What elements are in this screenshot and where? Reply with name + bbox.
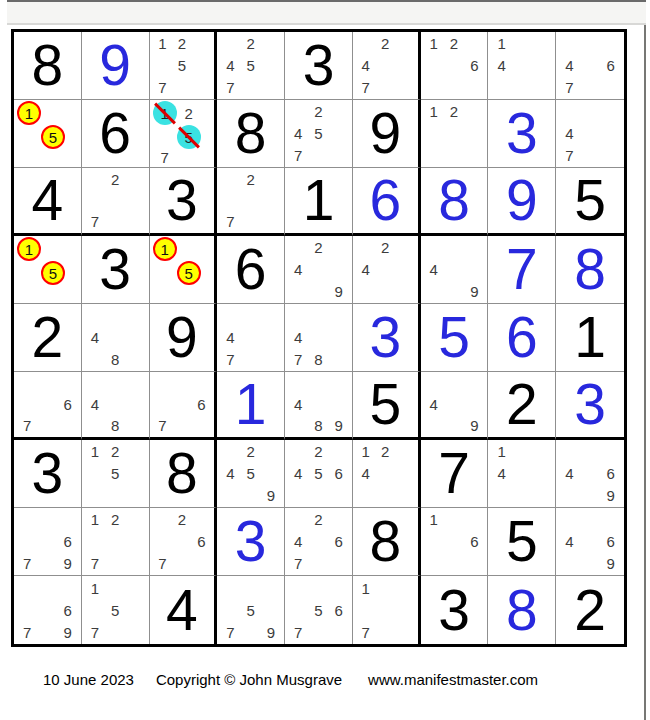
pencil-mark-pos-1: 1 bbox=[153, 237, 177, 261]
pencil-mark-pos-3 bbox=[125, 509, 145, 531]
solved-digit: 3 bbox=[574, 376, 606, 433]
pencil-mark-pos-7 bbox=[85, 348, 105, 370]
cell-r7c3[interactable]: 8 bbox=[150, 440, 218, 508]
pencil-mark-pos-1 bbox=[288, 373, 308, 394]
pencil-mark-pos-9 bbox=[464, 76, 484, 98]
candidate-digit: 7 bbox=[17, 621, 37, 643]
cell-r4c2[interactable]: 3 bbox=[82, 236, 150, 304]
candidate-digit: 7 bbox=[153, 149, 177, 166]
pencil-mark-pos-9 bbox=[329, 348, 349, 370]
given-digit: 1 bbox=[574, 309, 606, 366]
cell-r8c7[interactable]: 16 bbox=[421, 508, 489, 576]
pencil-mark-pos-4 bbox=[17, 394, 37, 415]
pencil-marks: 67 bbox=[17, 373, 78, 436]
pencil-marks: 48 bbox=[85, 373, 146, 436]
given-digit: 7 bbox=[438, 445, 470, 502]
cell-r1c8[interactable]: 14 bbox=[488, 32, 556, 100]
candidate-digit: 2 bbox=[308, 237, 328, 259]
cell-r4c8[interactable]: 7 bbox=[488, 236, 556, 304]
pencil-mark-pos-8 bbox=[105, 552, 125, 574]
pencil-mark-pos-9 bbox=[261, 76, 281, 98]
pencil-mark-pos-1 bbox=[559, 101, 580, 123]
cell-r9c9[interactable]: 2 bbox=[556, 576, 624, 644]
pencil-mark-pos-3 bbox=[464, 101, 484, 123]
pencil-mark-pos-5 bbox=[308, 259, 328, 281]
pencil-mark-pos-5 bbox=[105, 394, 125, 415]
cell-r1c9[interactable]: 467 bbox=[556, 32, 624, 100]
cell-r3c5[interactable]: 1 bbox=[285, 168, 353, 236]
pencil-mark-pos-9 bbox=[125, 552, 145, 574]
pencil-mark-pos-8 bbox=[37, 552, 57, 574]
cell-r8c6[interactable]: 8 bbox=[353, 508, 421, 576]
cell-r1c4[interactable]: 2457 bbox=[217, 32, 285, 100]
pencil-mark-pos-7 bbox=[559, 552, 580, 574]
candidate-digit: 4 bbox=[85, 327, 105, 349]
pencil-mark-pos-8 bbox=[308, 621, 328, 643]
cell-r2c8[interactable]: 3 bbox=[488, 100, 556, 168]
candidate-digit: 4 bbox=[288, 531, 308, 553]
cell-r2c9[interactable]: 47 bbox=[556, 100, 624, 168]
pencil-mark-pos-5 bbox=[444, 394, 464, 415]
pencil-mark-pos-8 bbox=[37, 415, 57, 436]
cell-r5c1[interactable]: 2 bbox=[14, 304, 82, 372]
pencil-mark-pos-8 bbox=[444, 144, 464, 166]
cell-r6c9[interactable]: 3 bbox=[556, 372, 624, 440]
footer-copyright: Copyright © John Musgrave bbox=[156, 671, 342, 688]
pencil-mark-pos-4 bbox=[153, 394, 173, 415]
pencil-mark-pos-6 bbox=[464, 394, 484, 415]
given-digit: 9 bbox=[369, 105, 401, 162]
pencil-mark-pos-9 bbox=[125, 348, 145, 370]
candidate-digit: 5 bbox=[241, 55, 261, 77]
cell-r4c1[interactable]: 15 bbox=[14, 236, 82, 304]
pencil-mark-pos-7 bbox=[424, 144, 444, 166]
pencil-mark-pos-1: 1 bbox=[17, 237, 41, 261]
pencil-mark-pos-3 bbox=[464, 373, 484, 394]
candidate-digit: 4 bbox=[85, 394, 105, 415]
pencil-mark-pos-6 bbox=[329, 394, 349, 415]
cell-r2c2[interactable]: 6 bbox=[82, 100, 150, 168]
pencil-mark-pos-3 bbox=[261, 441, 281, 463]
pencil-mark-pos-7 bbox=[17, 285, 41, 302]
pencil-mark-pos-2 bbox=[580, 101, 601, 123]
pencil-marks: 48 bbox=[85, 305, 146, 370]
pencil-mark-pos-8 bbox=[308, 280, 328, 302]
cell-r7c4[interactable]: 2459 bbox=[217, 440, 285, 508]
pencil-mark-pos-2 bbox=[105, 373, 125, 394]
pencil-mark-pos-5 bbox=[375, 463, 395, 485]
given-digit: 1 bbox=[303, 172, 335, 229]
pencil-mark-pos-6 bbox=[192, 55, 212, 77]
given-digit: 8 bbox=[235, 105, 267, 162]
candidate-digit: 9 bbox=[329, 415, 349, 436]
solved-digit: 7 bbox=[506, 241, 538, 298]
cell-r2c4[interactable]: 8 bbox=[217, 100, 285, 168]
pencil-mark-pos-7 bbox=[85, 484, 105, 506]
candidate-digit: 5 bbox=[241, 599, 261, 621]
cell-r2c3[interactable]: 1257 bbox=[150, 100, 218, 168]
pencil-mark-pos-7 bbox=[220, 484, 240, 506]
cell-r7c6[interactable]: 124 bbox=[353, 440, 421, 508]
candidate-digit: 1 bbox=[356, 441, 376, 463]
cell-r9c8[interactable]: 8 bbox=[488, 576, 556, 644]
pencil-mark-pos-6 bbox=[532, 463, 552, 485]
pencil-mark-pos-4 bbox=[17, 125, 41, 149]
cell-r5c8[interactable]: 6 bbox=[488, 304, 556, 372]
pencil-mark-pos-7 bbox=[288, 415, 308, 436]
candidate-digit: 4 bbox=[356, 259, 376, 281]
pencil-mark-pos-6 bbox=[65, 125, 78, 149]
pencil-mark-pos-6 bbox=[65, 261, 78, 285]
candidate-digit: 2 bbox=[241, 33, 261, 55]
pencil-mark-pos-8 bbox=[444, 76, 464, 98]
cell-r7c5[interactable]: 2456 bbox=[285, 440, 353, 508]
pencil-marks: 157 bbox=[85, 577, 146, 643]
pencil-mark-pos-5: 5 bbox=[41, 125, 65, 149]
highlight-circle-yellow: 1 bbox=[17, 237, 41, 261]
pencil-mark-pos-3 bbox=[261, 169, 281, 190]
candidate-digit: 7 bbox=[85, 621, 105, 643]
pencil-mark-pos-2 bbox=[37, 577, 57, 599]
given-digit: 3 bbox=[166, 172, 198, 229]
cell-r4c3[interactable]: 15 bbox=[150, 236, 218, 304]
candidate-digit: 4 bbox=[220, 55, 240, 77]
cell-r6c5[interactable]: 489 bbox=[285, 372, 353, 440]
cell-r1c7[interactable]: 126 bbox=[421, 32, 489, 100]
cell-r5c7[interactable]: 5 bbox=[421, 304, 489, 372]
pencil-marks: 267 bbox=[153, 509, 212, 574]
candidate-digit: 5 bbox=[105, 463, 125, 485]
cell-r3c9[interactable]: 5 bbox=[556, 168, 624, 236]
solved-digit: 8 bbox=[574, 241, 606, 298]
pencil-mark-pos-3 bbox=[201, 101, 212, 125]
pencil-mark-pos-3 bbox=[532, 33, 552, 55]
pencil-mark-pos-2 bbox=[580, 441, 601, 463]
candidate-digit: 4 bbox=[288, 123, 308, 145]
cell-r8c8[interactable]: 5 bbox=[488, 508, 556, 576]
cell-r8c2[interactable]: 127 bbox=[82, 508, 150, 576]
solved-digit: 8 bbox=[506, 582, 538, 639]
pencil-mark-pos-5 bbox=[580, 463, 601, 485]
pencil-mark-pos-9 bbox=[395, 621, 415, 643]
pencil-mark-pos-6 bbox=[395, 55, 415, 77]
cell-r6c2[interactable]: 48 bbox=[82, 372, 150, 440]
cell-r7c9[interactable]: 469 bbox=[556, 440, 624, 508]
pencil-mark-pos-2 bbox=[308, 305, 328, 327]
candidate-digit: 9 bbox=[58, 552, 78, 574]
pencil-mark-pos-1 bbox=[288, 101, 308, 123]
pencil-mark-pos-8 bbox=[241, 211, 261, 232]
pencil-mark-pos-1 bbox=[356, 237, 376, 259]
candidate-digit: 5 bbox=[105, 599, 125, 621]
pencil-marks: 47 bbox=[559, 101, 621, 166]
cell-r1c5[interactable]: 3 bbox=[285, 32, 353, 100]
candidate-digit: 5 bbox=[241, 463, 261, 485]
pencil-mark-pos-1 bbox=[85, 305, 105, 327]
pencil-mark-pos-1 bbox=[153, 509, 173, 531]
cell-r9c3[interactable]: 4 bbox=[150, 576, 218, 644]
pencil-mark-pos-2 bbox=[580, 509, 601, 531]
cell-r1c3[interactable]: 1257 bbox=[150, 32, 218, 100]
pencil-marks: 124 bbox=[356, 441, 415, 506]
pencil-mark-pos-5: 5 bbox=[41, 261, 65, 285]
pencil-mark-pos-7 bbox=[424, 280, 444, 302]
pencil-mark-pos-6 bbox=[125, 394, 145, 415]
pencil-mark-pos-4 bbox=[153, 531, 173, 553]
pencil-mark-pos-5 bbox=[308, 327, 328, 349]
candidate-digit: 4 bbox=[288, 259, 308, 281]
cell-r3c4[interactable]: 27 bbox=[217, 168, 285, 236]
cell-r6c1[interactable]: 67 bbox=[14, 372, 82, 440]
cell-r9c2[interactable]: 157 bbox=[82, 576, 150, 644]
pencil-mark-pos-9 bbox=[532, 76, 552, 98]
pencil-marks: 14 bbox=[491, 441, 552, 506]
pencil-mark-pos-6 bbox=[395, 463, 415, 485]
cell-r6c4[interactable]: 1 bbox=[217, 372, 285, 440]
given-digit: 9 bbox=[166, 309, 198, 366]
candidate-digit: 6 bbox=[464, 55, 484, 77]
pencil-mark-pos-3 bbox=[125, 169, 145, 190]
given-digit: 4 bbox=[32, 172, 64, 229]
candidate-digit: 6 bbox=[58, 599, 78, 621]
cell-r2c1[interactable]: 15 bbox=[14, 100, 82, 168]
pencil-mark-pos-5: 5 bbox=[177, 125, 201, 149]
pencil-mark-pos-3 bbox=[201, 237, 212, 261]
pencil-mark-pos-9 bbox=[125, 621, 145, 643]
cell-r8c4[interactable]: 3 bbox=[217, 508, 285, 576]
pencil-mark-pos-6 bbox=[261, 599, 281, 621]
pencil-marks: 27 bbox=[85, 169, 146, 232]
pencil-mark-pos-2 bbox=[308, 373, 328, 394]
cell-r3c7[interactable]: 8 bbox=[421, 168, 489, 236]
pencil-mark-pos-2 bbox=[241, 305, 261, 327]
pencil-mark-pos-4 bbox=[17, 261, 41, 285]
cell-r5c4[interactable]: 47 bbox=[217, 304, 285, 372]
pencil-mark-pos-8 bbox=[308, 552, 328, 574]
pencil-mark-pos-8 bbox=[308, 144, 328, 166]
candidate-digit: 4 bbox=[356, 55, 376, 77]
pencil-mark-pos-3 bbox=[58, 509, 78, 531]
cell-r6c3[interactable]: 67 bbox=[150, 372, 218, 440]
pencil-mark-pos-1 bbox=[288, 577, 308, 599]
candidate-digit: 8 bbox=[105, 415, 125, 436]
pencil-mark-pos-8 bbox=[177, 285, 201, 302]
candidate-digit: 9 bbox=[261, 621, 281, 643]
cell-r8c1[interactable]: 679 bbox=[14, 508, 82, 576]
pencil-mark-pos-8 bbox=[375, 484, 395, 506]
pencil-mark-pos-2 bbox=[444, 237, 464, 259]
candidate-digit: 1 bbox=[491, 441, 511, 463]
candidate-digit: 1 bbox=[85, 509, 105, 531]
pencil-mark-pos-9 bbox=[125, 484, 145, 506]
cell-r8c5[interactable]: 2467 bbox=[285, 508, 353, 576]
cell-r7c8[interactable]: 14 bbox=[488, 440, 556, 508]
cell-r3c8[interactable]: 9 bbox=[488, 168, 556, 236]
footer-date: 10 June 2023 bbox=[43, 671, 134, 688]
given-digit: 5 bbox=[506, 513, 538, 570]
cell-r8c3[interactable]: 267 bbox=[150, 508, 218, 576]
candidate-digit: 6 bbox=[600, 463, 621, 485]
cell-r2c6[interactable]: 9 bbox=[353, 100, 421, 168]
given-digit: 5 bbox=[369, 376, 401, 433]
pencil-mark-pos-2 bbox=[241, 577, 261, 599]
cell-r5c3[interactable]: 9 bbox=[150, 304, 218, 372]
pencil-marks: 126 bbox=[424, 33, 485, 98]
candidate-digit: 1 bbox=[491, 33, 511, 55]
pencil-mark-pos-5 bbox=[580, 531, 601, 553]
given-digit: 4 bbox=[166, 582, 198, 639]
candidate-digit: 1 bbox=[25, 241, 33, 258]
candidate-digit: 7 bbox=[559, 76, 580, 98]
solved-digit: 6 bbox=[369, 172, 401, 229]
pencil-mark-pos-3 bbox=[125, 577, 145, 599]
footer: 10 June 2023Copyright © John Musgravewww… bbox=[43, 671, 538, 688]
candidate-digit: 7 bbox=[220, 621, 240, 643]
candidate-digit: 7 bbox=[17, 552, 37, 574]
cell-r9c6[interactable]: 17 bbox=[353, 576, 421, 644]
cell-r3c2[interactable]: 27 bbox=[82, 168, 150, 236]
cell-r5c6[interactable]: 3 bbox=[353, 304, 421, 372]
pencil-mark-pos-6 bbox=[600, 123, 621, 145]
candidate-digit: 2 bbox=[308, 101, 328, 123]
cell-r4c5[interactable]: 249 bbox=[285, 236, 353, 304]
cell-r7c7[interactable]: 7 bbox=[421, 440, 489, 508]
given-digit: 2 bbox=[506, 376, 538, 433]
pencil-mark-pos-3 bbox=[261, 305, 281, 327]
pencil-mark-pos-9 bbox=[532, 484, 552, 506]
pencil-mark-pos-1 bbox=[559, 33, 580, 55]
pencil-mark-pos-9 bbox=[329, 552, 349, 574]
pencil-mark-pos-5 bbox=[105, 190, 125, 211]
pencil-marks: 14 bbox=[491, 33, 552, 98]
pencil-mark-pos-8 bbox=[241, 484, 261, 506]
candidate-digit: 6 bbox=[192, 531, 212, 553]
cell-r2c5[interactable]: 2457 bbox=[285, 100, 353, 168]
candidate-digit: 2 bbox=[375, 441, 395, 463]
pencil-marks: 567 bbox=[288, 577, 349, 643]
cell-r5c2[interactable]: 48 bbox=[82, 304, 150, 372]
pencil-marks: 2457 bbox=[220, 33, 281, 98]
pencil-marks: 1257 bbox=[153, 33, 212, 98]
pencil-mark-pos-2 bbox=[41, 237, 65, 261]
highlight-circle-cyan: 1 bbox=[153, 101, 177, 125]
cell-r9c5[interactable]: 567 bbox=[285, 576, 353, 644]
candidate-digit: 7 bbox=[17, 415, 37, 436]
cell-r3c6[interactable]: 6 bbox=[353, 168, 421, 236]
candidate-digit: 7 bbox=[220, 211, 240, 232]
pencil-mark-pos-7 bbox=[288, 484, 308, 506]
cell-r6c7[interactable]: 49 bbox=[421, 372, 489, 440]
candidate-digit: 2 bbox=[105, 509, 125, 531]
candidate-digit: 8 bbox=[105, 348, 125, 370]
cell-r8c9[interactable]: 469 bbox=[556, 508, 624, 576]
pencil-mark-pos-2 bbox=[512, 33, 532, 55]
pencil-mark-pos-6 bbox=[125, 190, 145, 211]
candidate-digit: 7 bbox=[288, 348, 308, 370]
pencil-mark-pos-9 bbox=[261, 211, 281, 232]
pencil-mark-pos-6 bbox=[201, 125, 212, 149]
pencil-mark-pos-8 bbox=[41, 149, 65, 166]
pencil-mark-pos-6 bbox=[329, 327, 349, 349]
pencil-mark-pos-3 bbox=[192, 373, 212, 394]
candidate-digit: 2 bbox=[172, 33, 192, 55]
cell-r3c1[interactable]: 4 bbox=[14, 168, 82, 236]
candidate-digit: 2 bbox=[308, 509, 328, 531]
candidate-digit: 4 bbox=[491, 55, 511, 77]
candidate-digit: 4 bbox=[559, 123, 580, 145]
cell-r1c1[interactable]: 8 bbox=[14, 32, 82, 100]
candidate-digit: 9 bbox=[600, 552, 621, 574]
cell-r4c9[interactable]: 8 bbox=[556, 236, 624, 304]
pencil-mark-pos-2 bbox=[308, 577, 328, 599]
pencil-mark-pos-3 bbox=[329, 509, 349, 531]
cell-r7c2[interactable]: 125 bbox=[82, 440, 150, 508]
pencil-mark-pos-3 bbox=[261, 577, 281, 599]
pencil-mark-pos-5 bbox=[172, 394, 192, 415]
pencil-mark-pos-9 bbox=[329, 621, 349, 643]
cell-r3c3[interactable]: 3 bbox=[150, 168, 218, 236]
solved-digit: 9 bbox=[99, 37, 131, 94]
candidate-digit: 2 bbox=[308, 441, 328, 463]
pencil-mark-pos-3 bbox=[261, 33, 281, 55]
cell-r4c7[interactable]: 49 bbox=[421, 236, 489, 304]
pencil-mark-pos-4 bbox=[424, 55, 444, 77]
pencil-mark-pos-1 bbox=[220, 441, 240, 463]
cell-r1c6[interactable]: 247 bbox=[353, 32, 421, 100]
cell-r9c7[interactable]: 3 bbox=[421, 576, 489, 644]
pencil-mark-pos-2 bbox=[512, 441, 532, 463]
cell-r1c2[interactable]: 9 bbox=[82, 32, 150, 100]
cell-r7c1[interactable]: 3 bbox=[14, 440, 82, 508]
candidate-digit: 4 bbox=[288, 463, 308, 485]
cell-r4c4[interactable]: 6 bbox=[217, 236, 285, 304]
pencil-mark-pos-3 bbox=[600, 509, 621, 531]
pencil-marks: 127 bbox=[85, 509, 146, 574]
cell-r9c4[interactable]: 579 bbox=[217, 576, 285, 644]
candidate-digit: 2 bbox=[444, 33, 464, 55]
candidate-digit: 7 bbox=[85, 211, 105, 232]
highlight-circle-yellow: 1 bbox=[17, 101, 41, 125]
pencil-mark-pos-1 bbox=[288, 441, 308, 463]
pencil-marks: 247 bbox=[356, 33, 415, 98]
candidate-digit: 5 bbox=[184, 265, 192, 282]
cell-r9c1[interactable]: 679 bbox=[14, 576, 82, 644]
cell-r5c9[interactable]: 1 bbox=[556, 304, 624, 372]
cell-r2c7[interactable]: 12 bbox=[421, 100, 489, 168]
candidate-digit: 6 bbox=[464, 531, 484, 553]
cell-r6c8[interactable]: 2 bbox=[488, 372, 556, 440]
cell-r6c6[interactable]: 5 bbox=[353, 372, 421, 440]
cell-r5c5[interactable]: 478 bbox=[285, 304, 353, 372]
highlight-circle-yellow: 1 bbox=[153, 237, 177, 261]
candidate-digit: 8 bbox=[308, 415, 328, 436]
pencil-mark-pos-2 bbox=[41, 101, 65, 125]
pencil-mark-pos-9 bbox=[125, 415, 145, 436]
pencil-mark-pos-6 bbox=[125, 531, 145, 553]
pencil-mark-pos-4 bbox=[17, 531, 37, 553]
pencil-marks: 12 bbox=[424, 101, 485, 166]
pencil-mark-pos-7 bbox=[356, 280, 376, 302]
pencil-mark-pos-3 bbox=[329, 441, 349, 463]
candidate-digit: 6 bbox=[192, 394, 212, 415]
cell-r4c6[interactable]: 24 bbox=[353, 236, 421, 304]
candidate-digit: 4 bbox=[356, 463, 376, 485]
given-digit: 3 bbox=[99, 241, 131, 298]
solved-digit: 6 bbox=[506, 309, 538, 366]
candidate-digit: 2 bbox=[444, 101, 464, 123]
pencil-mark-pos-2 bbox=[37, 509, 57, 531]
pencil-mark-pos-9 bbox=[58, 415, 78, 436]
